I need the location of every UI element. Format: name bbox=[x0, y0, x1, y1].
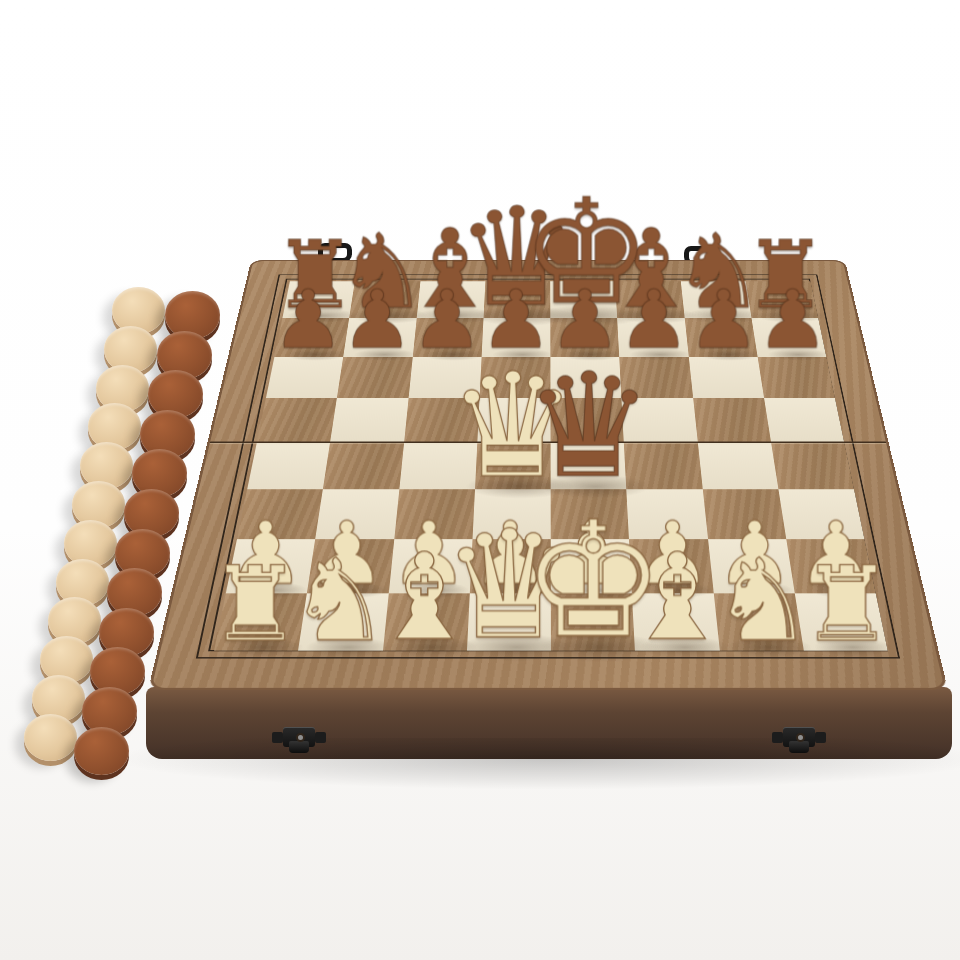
square-f8 bbox=[615, 281, 684, 318]
square-f2 bbox=[629, 539, 713, 593]
square-f1 bbox=[632, 593, 719, 651]
square-e1 bbox=[551, 593, 635, 651]
chess-board: ♜♞♝♛♚♝♞♜♟♟♟♟♟♟♟♟♛♛♟♟♟♟♟♟♟♟♜♞♝♛♚♝♞♜ bbox=[148, 260, 948, 690]
square-b4 bbox=[323, 442, 404, 489]
square-a2 bbox=[226, 539, 315, 593]
light-checker-12 bbox=[24, 714, 77, 761]
square-c5 bbox=[404, 398, 480, 442]
square-g7 bbox=[684, 318, 757, 357]
square-g2 bbox=[708, 539, 795, 593]
black-bishop-c8: ♝ bbox=[387, 215, 512, 324]
square-a7 bbox=[274, 318, 349, 357]
square-d7 bbox=[481, 318, 550, 357]
square-d8 bbox=[483, 281, 550, 318]
square-d3 bbox=[472, 489, 550, 539]
latch-wing bbox=[272, 732, 283, 743]
square-c1 bbox=[382, 593, 469, 651]
square-e8 bbox=[550, 281, 617, 318]
board-shadow bbox=[110, 738, 960, 790]
square-e4 bbox=[551, 442, 627, 489]
square-d1 bbox=[467, 593, 551, 651]
square-e6 bbox=[550, 357, 621, 398]
square-a3 bbox=[237, 489, 323, 539]
latch-wing bbox=[772, 732, 783, 743]
square-h4 bbox=[771, 442, 854, 489]
square-g1 bbox=[713, 593, 803, 651]
square-b8 bbox=[349, 281, 420, 318]
square-b2 bbox=[307, 539, 394, 593]
scene: ♜♞♝♛♚♝♞♜♟♟♟♟♟♟♟♟♛♛♟♟♟♟♟♟♟♟♜♞♝♛♚♝♞♜ bbox=[0, 0, 960, 960]
square-c4 bbox=[399, 442, 477, 489]
square-a5 bbox=[257, 398, 337, 442]
square-h8 bbox=[746, 281, 819, 318]
latch-wing bbox=[315, 732, 326, 743]
square-e5 bbox=[550, 398, 624, 442]
square-g8 bbox=[680, 281, 751, 318]
square-h3 bbox=[778, 489, 864, 539]
square-g3 bbox=[702, 489, 786, 539]
square-h1 bbox=[795, 593, 888, 651]
square-b7 bbox=[343, 318, 416, 357]
square-f6 bbox=[619, 357, 692, 398]
latch-tongue bbox=[289, 741, 309, 753]
square-f7 bbox=[617, 318, 688, 357]
square-d6 bbox=[479, 357, 550, 398]
front-latch-right-icon bbox=[772, 727, 826, 753]
square-d4 bbox=[475, 442, 551, 489]
square-a6 bbox=[266, 357, 343, 398]
square-h2 bbox=[786, 539, 876, 593]
square-b1 bbox=[298, 593, 388, 651]
square-c7 bbox=[412, 318, 483, 357]
black-bishop-f8: ♝ bbox=[589, 215, 714, 324]
square-e2 bbox=[551, 539, 632, 593]
square-h7 bbox=[751, 318, 826, 357]
front-latch-left-icon bbox=[272, 727, 326, 753]
square-g6 bbox=[688, 357, 764, 398]
square-f5 bbox=[622, 398, 698, 442]
square-d5 bbox=[477, 398, 550, 442]
square-h5 bbox=[764, 398, 844, 442]
square-f3 bbox=[626, 489, 707, 539]
square-c8 bbox=[416, 281, 485, 318]
square-b3 bbox=[315, 489, 399, 539]
square-f4 bbox=[624, 442, 702, 489]
latch-tongue bbox=[789, 741, 809, 753]
square-g5 bbox=[693, 398, 771, 442]
square-a8 bbox=[282, 281, 355, 318]
square-c3 bbox=[394, 489, 475, 539]
board-squares bbox=[214, 281, 888, 651]
square-c6 bbox=[408, 357, 481, 398]
square-c2 bbox=[388, 539, 472, 593]
square-a4 bbox=[247, 442, 330, 489]
square-d2 bbox=[470, 539, 551, 593]
square-h6 bbox=[757, 357, 835, 398]
latch-wing bbox=[815, 732, 826, 743]
square-e7 bbox=[550, 318, 619, 357]
square-a1 bbox=[214, 593, 307, 651]
square-g4 bbox=[697, 442, 778, 489]
square-b6 bbox=[337, 357, 412, 398]
square-e3 bbox=[551, 489, 630, 539]
square-b5 bbox=[330, 398, 408, 442]
